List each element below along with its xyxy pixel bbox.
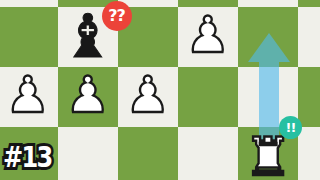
- square-d3[interactable]: [178, 127, 238, 180]
- white-pawn-c4[interactable]: ♟: [118, 65, 178, 125]
- white-pawn-b4[interactable]: ♟: [58, 65, 118, 125]
- square-c3[interactable]: [118, 127, 178, 180]
- square-f5[interactable]: [298, 7, 320, 67]
- square-a4[interactable]: ♟: [0, 67, 58, 127]
- brilliant-badge: !!: [279, 116, 302, 139]
- square-d4[interactable]: [178, 67, 238, 127]
- brilliant-badge-text: !!: [286, 120, 296, 135]
- blunder-badge-text: ??: [108, 6, 125, 25]
- square-e6[interactable]: [238, 0, 298, 7]
- square-b4[interactable]: ♟: [58, 67, 118, 127]
- white-pawn-a4[interactable]: ♟: [0, 65, 58, 125]
- square-f6[interactable]: [298, 0, 320, 7]
- square-e5[interactable]: [238, 7, 298, 67]
- square-b3[interactable]: [58, 127, 118, 180]
- square-f3[interactable]: [298, 127, 320, 180]
- white-pawn-d5[interactable]: ♟: [178, 5, 238, 65]
- square-c4[interactable]: ♟: [118, 67, 178, 127]
- square-a5[interactable]: [0, 7, 58, 67]
- puzzle-number-label: #13 #13: [3, 144, 52, 172]
- blunder-badge: ??: [102, 1, 132, 31]
- puzzle-number-text: #13: [3, 141, 52, 174]
- square-a6[interactable]: [0, 0, 58, 7]
- square-d5[interactable]: ♟: [178, 7, 238, 67]
- square-f4[interactable]: [298, 67, 320, 127]
- chess-thumbnail: ♝♟♟♟♟♜ ?? !! #13 #13: [0, 0, 320, 180]
